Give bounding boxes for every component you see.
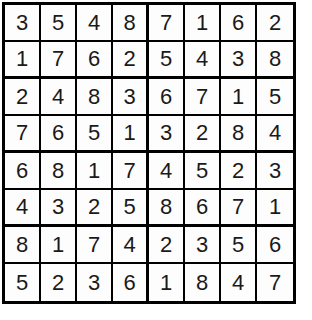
sudoku-cell-r8c5: 1 (149, 264, 185, 301)
sudoku-cell-r2c4: 2 (113, 42, 149, 79)
sudoku-cell-r4c7: 8 (221, 116, 257, 153)
sudoku-cell-r6c4: 5 (113, 190, 149, 227)
sudoku-cell-r2c7: 3 (221, 42, 257, 79)
sudoku-cell-r2c1: 1 (5, 42, 41, 79)
sudoku-diagram: 3548716217625438248367157651328468174523… (0, 0, 312, 320)
sudoku-cell-r5c1: 6 (5, 153, 41, 190)
sudoku-cell-r3c2: 4 (41, 79, 77, 116)
sudoku-cell-r8c7: 4 (221, 264, 257, 301)
sudoku-cell-r7c8: 6 (257, 227, 293, 264)
sudoku-cell-r4c8: 4 (257, 116, 293, 153)
sudoku-cell-r5c3: 1 (77, 153, 113, 190)
sudoku-cell-r3c4: 3 (113, 79, 149, 116)
sudoku-cell-r6c1: 4 (5, 190, 41, 227)
sudoku-cell-r5c8: 3 (257, 153, 293, 190)
sudoku-cell-r5c6: 5 (185, 153, 221, 190)
sudoku-cell-r8c2: 2 (41, 264, 77, 301)
sudoku-cell-r8c8: 7 (257, 264, 293, 301)
sudoku-cell-r6c5: 8 (149, 190, 185, 227)
sudoku-cell-r7c2: 1 (41, 227, 77, 264)
sudoku-cell-r7c7: 5 (221, 227, 257, 264)
sudoku-cell-r8c1: 5 (5, 264, 41, 301)
sudoku-cell-r1c2: 5 (41, 5, 77, 42)
sudoku-cell-r3c5: 6 (149, 79, 185, 116)
sudoku-cell-r1c7: 6 (221, 5, 257, 42)
sudoku-cell-r6c2: 3 (41, 190, 77, 227)
sudoku-cell-r1c1: 3 (5, 5, 41, 42)
sudoku-cell-r5c5: 4 (149, 153, 185, 190)
sudoku-cell-r2c2: 7 (41, 42, 77, 79)
sudoku-cell-r5c2: 8 (41, 153, 77, 190)
sudoku-cell-r6c7: 7 (221, 190, 257, 227)
sudoku-cell-r3c6: 7 (185, 79, 221, 116)
sudoku-cell-r5c4: 7 (113, 153, 149, 190)
sudoku-cell-r2c8: 8 (257, 42, 293, 79)
sudoku-cell-r4c1: 7 (5, 116, 41, 153)
sudoku-cell-r7c3: 7 (77, 227, 113, 264)
sudoku-cell-r3c1: 2 (5, 79, 41, 116)
sudoku-cell-r5c7: 2 (221, 153, 257, 190)
sudoku-cell-r6c6: 6 (185, 190, 221, 227)
sudoku-cell-r4c3: 5 (77, 116, 113, 153)
sudoku-cell-r8c4: 6 (113, 264, 149, 301)
sudoku-cell-r6c3: 2 (77, 190, 113, 227)
sudoku-cell-r7c1: 8 (5, 227, 41, 264)
sudoku-cell-r4c2: 6 (41, 116, 77, 153)
sudoku-board: 3548716217625438248367157651328468174523… (2, 2, 296, 304)
sudoku-cell-r4c5: 3 (149, 116, 185, 153)
sudoku-cell-r1c5: 7 (149, 5, 185, 42)
sudoku-cell-r2c6: 4 (185, 42, 221, 79)
sudoku-cell-r4c6: 2 (185, 116, 221, 153)
sudoku-cell-r6c8: 1 (257, 190, 293, 227)
sudoku-cell-r3c8: 5 (257, 79, 293, 116)
sudoku-cell-r1c4: 8 (113, 5, 149, 42)
sudoku-cell-r3c3: 8 (77, 79, 113, 116)
sudoku-cell-r1c6: 1 (185, 5, 221, 42)
sudoku-cell-r4c4: 1 (113, 116, 149, 153)
sudoku-cell-r7c5: 2 (149, 227, 185, 264)
sudoku-cell-r2c3: 6 (77, 42, 113, 79)
sudoku-cell-r2c5: 5 (149, 42, 185, 79)
sudoku-cell-r1c8: 2 (257, 5, 293, 42)
sudoku-cell-r8c3: 3 (77, 264, 113, 301)
sudoku-cell-r1c3: 4 (77, 5, 113, 42)
sudoku-cell-r7c6: 3 (185, 227, 221, 264)
sudoku-cell-r8c6: 8 (185, 264, 221, 301)
sudoku-cell-r7c4: 4 (113, 227, 149, 264)
sudoku-cell-r3c7: 1 (221, 79, 257, 116)
